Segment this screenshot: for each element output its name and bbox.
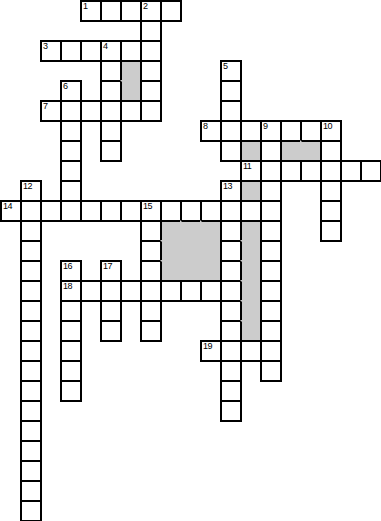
shaded-cell [300,140,322,162]
letter-cell[interactable]: 16 [60,260,82,282]
letter-cell[interactable] [320,200,342,222]
letter-cell[interactable]: 6 [60,80,82,102]
letter-cell[interactable] [80,200,102,222]
letter-cell[interactable] [220,140,242,162]
letter-cell[interactable] [220,120,242,142]
letter-cell[interactable] [140,80,162,102]
letter-cell[interactable] [20,220,42,242]
letter-cell[interactable] [200,200,222,222]
letter-cell[interactable] [20,300,42,322]
letter-cell[interactable]: 5 [220,60,242,82]
letter-cell[interactable] [280,160,302,182]
shaded-cell [240,180,262,202]
letter-cell[interactable] [20,480,42,502]
letter-cell[interactable] [60,320,82,342]
letter-cell[interactable] [180,200,202,222]
letter-cell[interactable] [60,160,82,182]
letter-cell[interactable]: 18 [60,280,82,302]
letter-cell[interactable] [140,40,162,62]
letter-cell[interactable] [60,100,82,122]
letter-cell[interactable] [20,340,42,362]
letter-cell[interactable]: 14 [0,200,22,222]
letter-cell[interactable] [20,460,42,482]
clue-number: 7 [43,102,48,111]
letter-cell[interactable] [260,240,282,262]
crossword-board: 12345678910111213141516171819 [0,0,381,521]
clue-number: 2 [143,2,148,11]
letter-cell[interactable]: 7 [40,100,62,122]
letter-cell[interactable] [20,380,42,402]
shaded-cell [280,140,302,162]
clue-number: 8 [203,122,208,131]
shaded-cell [180,220,202,242]
letter-cell[interactable] [220,300,242,322]
letter-cell[interactable] [60,300,82,322]
letter-cell[interactable]: 19 [200,340,222,362]
letter-cell[interactable] [300,160,322,182]
letter-cell[interactable] [60,140,82,162]
letter-cell[interactable] [320,160,342,182]
letter-cell[interactable] [80,40,102,62]
shaded-cell [240,320,262,342]
letter-cell[interactable] [100,60,122,82]
letter-cell[interactable] [100,320,122,342]
clue-number: 5 [223,62,228,71]
letter-cell[interactable] [140,100,162,122]
letter-cell[interactable] [100,140,122,162]
clue-number: 19 [203,342,212,351]
letter-cell[interactable] [140,20,162,42]
letter-cell[interactable] [60,120,82,142]
clue-number: 14 [3,202,12,211]
letter-cell[interactable] [180,280,202,302]
letter-cell[interactable] [260,260,282,282]
letter-cell[interactable] [260,340,282,362]
letter-cell[interactable] [220,340,242,362]
letter-cell[interactable] [40,200,62,222]
letter-cell[interactable] [120,200,142,222]
letter-cell[interactable] [240,200,262,222]
letter-cell[interactable] [220,240,242,262]
letter-cell[interactable] [260,320,282,342]
letter-cell[interactable] [220,220,242,242]
letter-cell[interactable]: 17 [100,260,122,282]
shaded-cell [240,220,262,242]
letter-cell[interactable]: 11 [240,160,262,182]
letter-cell[interactable] [220,200,242,222]
clue-number: 15 [143,202,152,211]
clue-number: 12 [23,182,32,191]
shaded-cell [240,280,262,302]
shaded-cell [240,260,262,282]
clue-number: 1 [83,2,88,11]
letter-cell[interactable] [100,100,122,122]
letter-cell[interactable]: 12 [20,180,42,202]
letter-cell[interactable] [280,120,302,142]
clue-number: 4 [103,42,108,51]
letter-cell[interactable] [140,280,162,302]
clue-number: 11 [243,162,251,171]
letter-cell[interactable] [320,180,342,202]
shaded-cell [180,240,202,262]
clue-number: 3 [43,42,48,51]
shaded-cell [240,140,262,162]
clue-number: 6 [63,82,68,91]
letter-cell[interactable] [220,320,242,342]
letter-cell[interactable] [20,420,42,442]
letter-cell[interactable] [220,280,242,302]
letter-cell[interactable] [60,200,82,222]
letter-cell[interactable] [20,260,42,282]
letter-cell[interactable] [140,300,162,322]
letter-cell[interactable]: 3 [40,40,62,62]
letter-cell[interactable] [260,280,282,302]
letter-cell[interactable] [100,80,122,102]
letter-cell[interactable] [200,280,222,302]
letter-cell[interactable] [120,0,142,22]
letter-cell[interactable] [240,120,262,142]
letter-cell[interactable] [260,160,282,182]
letter-cell[interactable] [80,280,102,302]
letter-cell[interactable] [100,200,122,222]
letter-cell[interactable]: 2 [140,0,162,22]
letter-cell[interactable] [220,380,242,402]
letter-cell[interactable] [60,340,82,362]
letter-cell[interactable] [140,220,162,242]
clue-number: 13 [223,182,232,191]
shaded-cell [200,240,222,262]
letter-cell[interactable] [220,260,242,282]
letter-cell[interactable] [20,280,42,302]
letter-cell[interactable] [20,200,42,222]
letter-cell[interactable] [80,100,102,122]
letter-cell[interactable] [140,320,162,342]
letter-cell[interactable]: 13 [220,180,242,202]
shaded-cell [200,220,222,242]
letter-cell[interactable] [260,200,282,222]
shaded-cell [200,260,222,282]
letter-cell[interactable] [60,40,82,62]
shaded-cell [180,260,202,282]
letter-cell[interactable] [300,120,322,142]
letter-cell[interactable]: 9 [260,120,282,142]
letter-cell[interactable] [260,360,282,382]
clue-number: 17 [103,262,112,271]
shaded-cell [160,260,182,282]
letter-cell[interactable] [260,180,282,202]
letter-cell[interactable] [340,160,362,182]
letter-cell[interactable] [100,300,122,322]
shaded-cell [160,220,182,242]
letter-cell[interactable] [120,280,142,302]
letter-cell[interactable] [100,0,122,22]
letter-cell[interactable] [120,40,142,62]
letter-cell[interactable] [140,260,162,282]
shaded-cell [160,240,182,262]
letter-cell[interactable] [20,360,42,382]
shaded-cell [240,300,262,322]
letter-cell[interactable] [240,340,262,362]
letter-cell[interactable] [100,120,122,142]
letter-cell[interactable] [160,280,182,302]
letter-cell[interactable] [20,320,42,342]
letter-cell[interactable] [60,380,82,402]
shaded-cell [120,80,142,102]
letter-cell[interactable] [260,300,282,322]
letter-cell[interactable]: 8 [200,120,222,142]
clue-number: 18 [63,282,72,291]
clue-number: 10 [323,122,332,131]
letter-cell[interactable] [140,60,162,82]
letter-cell[interactable] [120,100,142,122]
letter-cell[interactable] [20,440,42,462]
letter-cell[interactable] [20,400,42,422]
letter-cell[interactable]: 10 [320,120,342,142]
letter-cell[interactable] [160,200,182,222]
letter-cell[interactable] [220,360,242,382]
letter-cell[interactable] [100,280,122,302]
shaded-cell [240,240,262,262]
clue-number: 9 [263,122,268,131]
letter-cell[interactable] [260,140,282,162]
letter-cell[interactable] [320,220,342,242]
letter-cell[interactable]: 4 [100,40,122,62]
letter-cell[interactable]: 1 [80,0,102,22]
letter-cell[interactable] [20,500,42,521]
letter-cell[interactable]: 15 [140,200,162,222]
letter-cell[interactable] [260,220,282,242]
clue-number: 16 [63,262,72,271]
letter-cell[interactable] [140,240,162,262]
letter-cell[interactable] [20,240,42,262]
letter-cell[interactable] [60,180,82,202]
shaded-cell [120,60,142,82]
letter-cell[interactable] [160,0,182,22]
letter-cell[interactable] [220,80,242,102]
letter-cell[interactable] [320,140,342,162]
letter-cell[interactable] [220,400,242,422]
letter-cell[interactable] [360,160,381,182]
letter-cell[interactable] [60,360,82,382]
letter-cell[interactable] [220,100,242,122]
